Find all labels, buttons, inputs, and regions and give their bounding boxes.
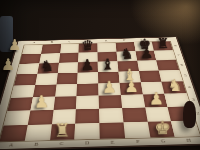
square-f1[interactable] (123, 122, 150, 138)
square-a2[interactable] (4, 111, 31, 126)
square-c6[interactable] (57, 62, 78, 73)
square-g3[interactable]: ♟ (143, 94, 168, 108)
square-d6[interactable]: ♟ (78, 62, 98, 73)
square-g1[interactable]: ♚ (147, 121, 175, 137)
white-king-g1[interactable]: ♚ (149, 117, 175, 137)
square-c3[interactable] (53, 96, 77, 110)
file-label-b: B (23, 141, 49, 149)
square-c7[interactable] (59, 53, 79, 63)
square-a5[interactable] (14, 74, 37, 86)
black-pawn-d6[interactable]: ♟ (77, 56, 98, 72)
white-pawn-g3[interactable]: ♟ (144, 89, 167, 107)
square-f7[interactable]: ♞ (116, 51, 136, 61)
black-pawn-g7[interactable]: ♟ (136, 45, 156, 61)
square-c5[interactable] (56, 73, 78, 85)
white-rook-c1[interactable]: ♜ (49, 120, 75, 140)
white-pawn-b3[interactable]: ♟ (30, 92, 53, 110)
file-label-g: G (150, 138, 177, 146)
square-c4[interactable] (55, 84, 78, 97)
white-pawn-f4[interactable]: ♟ (120, 77, 142, 95)
square-f3[interactable] (121, 94, 145, 108)
square-g7[interactable]: ♟ (135, 51, 156, 61)
dark-piece-silhouette (183, 101, 196, 128)
file-label-e: E (100, 139, 126, 147)
chess-board: ABCDEFGH ABCDEFGH 87654321 ♛♚♜♞♟♞♟♝♝♟♟♞♟… (0, 36, 200, 150)
board-grid: ♛♚♜♞♟♞♟♝♝♟♟♞♟♟♜♚ (0, 41, 200, 142)
square-d8[interactable]: ♛ (79, 43, 98, 52)
file-label-a: A (0, 142, 24, 150)
square-e1[interactable] (99, 122, 124, 138)
square-h7[interactable] (154, 50, 176, 60)
square-b3[interactable]: ♟ (30, 97, 54, 111)
square-d1[interactable] (75, 123, 100, 139)
square-e2[interactable] (99, 108, 123, 123)
black-queen-d8[interactable]: ♛ (78, 38, 97, 53)
captured-white-pawn[interactable]: ♟ (1, 57, 15, 72)
black-rook-h8[interactable]: ♜ (154, 36, 173, 51)
square-d3[interactable] (76, 96, 99, 110)
square-e3[interactable] (99, 95, 122, 109)
square-a6[interactable] (17, 63, 39, 74)
square-d5[interactable] (77, 72, 98, 84)
square-e6[interactable]: ♝ (98, 61, 119, 72)
file-label-f: F (125, 138, 151, 146)
black-bishop-e6[interactable]: ♝ (98, 56, 119, 72)
square-b1[interactable] (25, 124, 52, 140)
board-border: ABCDEFGH ABCDEFGH 87654321 ♛♚♜♞♟♞♟♝♝♟♟♞♟… (0, 36, 200, 150)
square-a3[interactable] (7, 97, 32, 111)
file-label-c: C (49, 140, 75, 148)
square-b5[interactable] (35, 73, 57, 85)
file-label-d: D (74, 140, 100, 148)
square-b6[interactable]: ♞ (37, 63, 59, 74)
square-h6[interactable] (156, 60, 179, 71)
square-d4[interactable] (77, 83, 99, 96)
file-label-h: H (175, 137, 200, 145)
photo-frame: ABCDEFGH ABCDEFGH 87654321 ♛♚♜♞♟♞♟♝♝♟♟♞♟… (0, 0, 200, 150)
square-e4[interactable]: ♟ (98, 83, 120, 96)
square-f4[interactable]: ♟ (119, 82, 142, 95)
black-knight-b6[interactable]: ♞ (37, 58, 58, 74)
square-a1[interactable] (0, 125, 27, 141)
square-f2[interactable] (122, 108, 147, 123)
square-d2[interactable] (75, 109, 99, 124)
black-knight-f7[interactable]: ♞ (117, 46, 137, 62)
square-c1[interactable]: ♜ (50, 124, 76, 140)
captured-white-pawn[interactable]: ♟ (8, 38, 21, 53)
white-pawn-e4[interactable]: ♟ (98, 78, 120, 96)
